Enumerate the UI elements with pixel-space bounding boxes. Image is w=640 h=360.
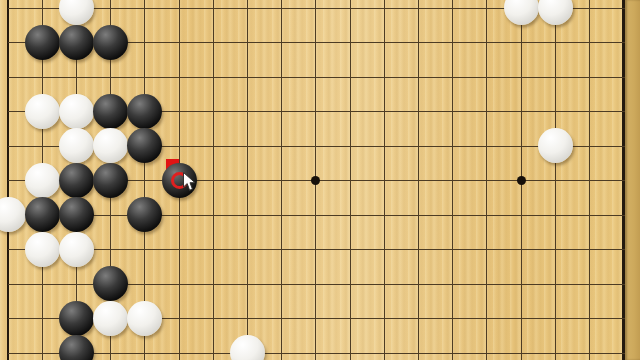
stone-white[interactable] — [25, 232, 60, 267]
star-point — [517, 176, 526, 185]
stone-black[interactable] — [93, 94, 128, 129]
board-right-margin — [625, 0, 640, 360]
stone-white[interactable] — [59, 128, 94, 163]
stone-white[interactable] — [59, 94, 94, 129]
stone-black[interactable] — [59, 335, 94, 360]
stone-black[interactable] — [93, 163, 128, 198]
stone-black[interactable] — [59, 301, 94, 336]
go-board[interactable] — [0, 0, 640, 360]
stone-black[interactable] — [93, 266, 128, 301]
stone-white[interactable] — [230, 335, 265, 360]
stone-white[interactable] — [504, 0, 539, 25]
stone-black[interactable] — [59, 25, 94, 60]
stone-black[interactable] — [93, 25, 128, 60]
stone-black[interactable] — [59, 197, 94, 232]
star-point — [311, 176, 320, 185]
stone-white[interactable] — [59, 232, 94, 267]
grid-line-horizontal — [8, 77, 625, 78]
stone-white[interactable] — [93, 301, 128, 336]
grid-line-horizontal — [8, 353, 625, 354]
stone-white[interactable] — [25, 163, 60, 198]
stone-black[interactable] — [127, 94, 162, 129]
stone-black[interactable] — [127, 197, 162, 232]
stone-white[interactable] — [0, 197, 26, 232]
stone-white[interactable] — [538, 128, 573, 163]
stone-white[interactable] — [25, 94, 60, 129]
cursor-icon — [183, 172, 197, 196]
stone-black[interactable] — [25, 197, 60, 232]
stone-white[interactable] — [93, 128, 128, 163]
stone-black[interactable] — [25, 25, 60, 60]
stone-black[interactable] — [127, 128, 162, 163]
grid-line-horizontal — [8, 215, 625, 216]
grid-line-horizontal — [8, 249, 625, 250]
stone-white[interactable] — [127, 301, 162, 336]
stone-black[interactable] — [59, 163, 94, 198]
stone-white[interactable] — [59, 0, 94, 25]
stone-white[interactable] — [538, 0, 573, 25]
